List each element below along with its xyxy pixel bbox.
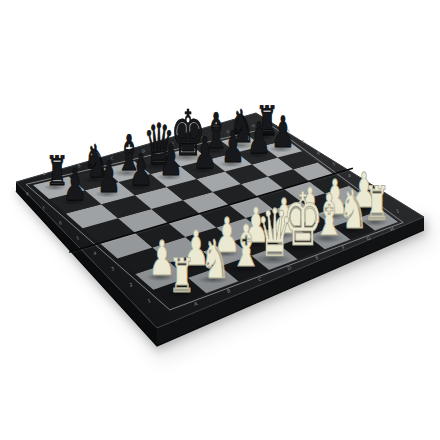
chess-set-photo: AABBCCDDEEFFGGHH1122334455667788 ♜♞♝♛♚♝♞… [0, 0, 440, 440]
coordinate-label: 8 [286, 128, 290, 134]
chessboard: AABBCCDDEEFFGGHH1122334455667788 [0, 0, 440, 440]
coordinate-label: 7 [301, 139, 305, 145]
